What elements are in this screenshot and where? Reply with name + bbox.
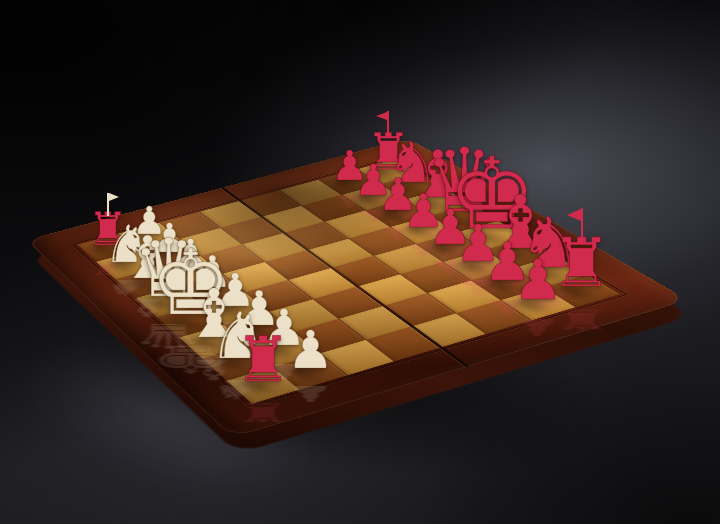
rook-flag-pole (387, 111, 389, 136)
rook-flag-pennant (567, 209, 581, 221)
chess-board (26, 138, 688, 438)
rook-flag-pennant (109, 193, 119, 201)
rook-flag-pole (107, 193, 109, 216)
photo-stage: ♜♜♞♞♝♝♛♛♚♚♝♝♞♞♜♜♟♟♟♟♟♟♟♟♟♟♟♟♟♟♟♟♟♟♟♟♟♟♟♟… (0, 0, 720, 524)
rook-flag-pennant (376, 112, 387, 120)
